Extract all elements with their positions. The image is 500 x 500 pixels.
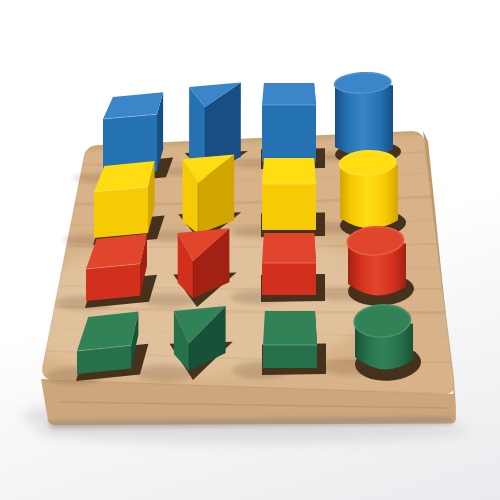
piece-yellow-cylinder-r2c4[interactable]	[338, 149, 398, 229]
piece-green-square-prism-r4c3[interactable]	[263, 311, 317, 368]
piece-red-cylinder-r3c4[interactable]	[346, 225, 406, 296]
piece-blue-square-prism-r1c3[interactable]	[262, 83, 316, 162]
piece-yellow-square-prism-r2c3[interactable]	[262, 158, 316, 230]
piece-red-square-prism-r3c1[interactable]	[86, 234, 147, 301]
piece-green-cylinder-r4c4[interactable]	[353, 303, 413, 370]
shape-sorter-board	[0, 0, 500, 500]
piece-yellow-triangular-prism-r2c2[interactable]	[183, 154, 235, 234]
piece-blue-cylinder-r1c4[interactable]	[333, 70, 393, 156]
piece-yellow-square-prism-r2c1[interactable]	[94, 161, 155, 238]
piece-red-square-prism-r3c3[interactable]	[262, 233, 316, 295]
scene	[0, 0, 500, 500]
